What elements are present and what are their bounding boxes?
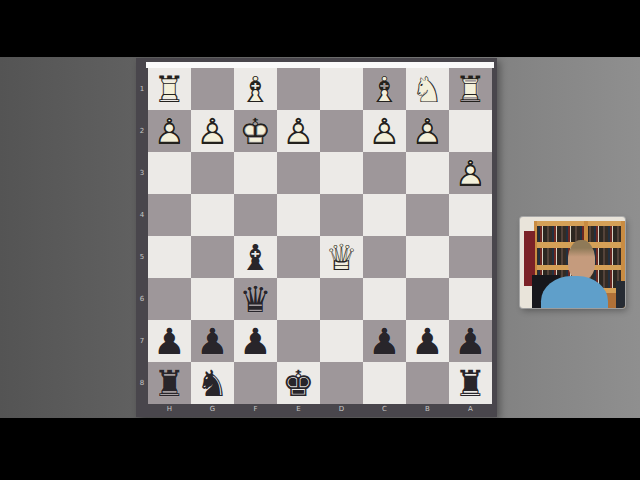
square-h6[interactable] [148,278,191,320]
square-c4[interactable] [363,194,406,236]
square-g4[interactable] [191,194,234,236]
square-h1[interactable]: ♜♖ [148,68,191,110]
square-e2[interactable]: ♟♙ [277,110,320,152]
chess-board: 12345678 ♜♖♝♗♝♗♞♘♜♖♟♙♟♙♚♔♟♙♟♙♟♙♟♙♝♛♕♛♟♟♟… [136,58,497,417]
piece-bP-a7[interactable]: ♟ [449,320,492,362]
black-p-glyph: ♟ [234,320,277,362]
square-f5[interactable]: ♝ [234,236,277,278]
black-p-glyph: ♟ [449,320,492,362]
square-e1[interactable] [277,68,320,110]
rank-label-1: 1 [136,68,148,110]
white-piece-outline: ♗ [234,68,277,110]
piece-bK-e8[interactable]: ♚ [277,362,320,404]
piece-wQ-d5[interactable]: ♛♕ [320,236,363,278]
square-e8[interactable]: ♚ [277,362,320,404]
file-label-a: A [449,404,492,414]
piece-bP-g7[interactable]: ♟ [191,320,234,362]
letterbox-bottom [0,418,640,480]
piece-wK-f2[interactable]: ♚♔ [234,110,277,152]
white-piece-outline: ♙ [363,110,406,152]
square-a4[interactable] [449,194,492,236]
piece-bR-h8[interactable]: ♜ [148,362,191,404]
file-label-e: E [277,404,320,414]
square-a6[interactable] [449,278,492,320]
square-e7[interactable] [277,320,320,362]
square-a1[interactable]: ♜♖ [449,68,492,110]
square-b5[interactable] [406,236,449,278]
square-h2[interactable]: ♟♙ [148,110,191,152]
square-c3[interactable] [363,152,406,194]
black-r-glyph: ♜ [148,362,191,404]
file-label-g: G [191,404,234,414]
white-piece-outline: ♔ [234,110,277,152]
square-c5[interactable] [363,236,406,278]
piece-bQ-f6[interactable]: ♛ [234,278,277,320]
white-piece-outline: ♖ [449,68,492,110]
rank-labels: 12345678 [136,68,148,404]
letterbox-top [0,0,640,57]
white-piece-outline: ♙ [406,110,449,152]
square-d7[interactable] [320,320,363,362]
piece-bP-b7[interactable]: ♟ [406,320,449,362]
square-f3[interactable] [234,152,277,194]
square-a2[interactable] [449,110,492,152]
square-b4[interactable] [406,194,449,236]
video-frame: 12345678 ♜♖♝♗♝♗♞♘♜♖♟♙♟♙♚♔♟♙♟♙♟♙♟♙♝♛♕♛♟♟♟… [0,0,640,480]
square-d4[interactable] [320,194,363,236]
piece-wP-b2[interactable]: ♟♙ [406,110,449,152]
square-g8[interactable]: ♞ [191,362,234,404]
square-g7[interactable]: ♟ [191,320,234,362]
square-b2[interactable]: ♟♙ [406,110,449,152]
square-a5[interactable] [449,236,492,278]
square-f8[interactable] [234,362,277,404]
piece-bP-c7[interactable]: ♟ [363,320,406,362]
square-f1[interactable]: ♝♗ [234,68,277,110]
rank-label-7: 7 [136,320,148,362]
black-p-glyph: ♟ [363,320,406,362]
white-piece-outline: ♕ [320,236,363,278]
square-h3[interactable] [148,152,191,194]
piece-wP-h2[interactable]: ♟♙ [148,110,191,152]
file-label-c: C [363,404,406,414]
file-label-b: B [406,404,449,414]
piece-wP-a3[interactable]: ♟♙ [449,152,492,194]
white-piece-outline: ♙ [148,110,191,152]
square-a7[interactable]: ♟ [449,320,492,362]
square-g6[interactable] [191,278,234,320]
square-e5[interactable] [277,236,320,278]
square-d2[interactable] [320,110,363,152]
file-labels: HGFEDCBA [148,404,492,414]
black-p-glyph: ♟ [148,320,191,362]
square-c6[interactable] [363,278,406,320]
square-d1[interactable] [320,68,363,110]
piece-bB-f5[interactable]: ♝ [234,236,277,278]
square-h5[interactable] [148,236,191,278]
square-f6[interactable]: ♛ [234,278,277,320]
square-a3[interactable]: ♟♙ [449,152,492,194]
square-b1[interactable]: ♞♘ [406,68,449,110]
dark-object-right [616,281,625,308]
rank-label-3: 3 [136,152,148,194]
piece-bP-h7[interactable]: ♟ [148,320,191,362]
black-n-glyph: ♞ [191,362,234,404]
square-c2[interactable]: ♟♙ [363,110,406,152]
square-g5[interactable] [191,236,234,278]
white-piece-outline: ♘ [406,68,449,110]
piece-bR-a8[interactable]: ♜ [449,362,492,404]
square-b8[interactable] [406,362,449,404]
piece-bN-g8[interactable]: ♞ [191,362,234,404]
square-f4[interactable] [234,194,277,236]
rank-label-5: 5 [136,236,148,278]
piece-bP-f7[interactable]: ♟ [234,320,277,362]
square-e3[interactable] [277,152,320,194]
white-piece-outline: ♙ [191,110,234,152]
square-d5[interactable]: ♛♕ [320,236,363,278]
webcam-video [520,217,625,308]
square-e6[interactable] [277,278,320,320]
white-piece-outline: ♙ [449,152,492,194]
piece-wR-h1[interactable]: ♜♖ [148,68,191,110]
square-h4[interactable] [148,194,191,236]
rank-label-8: 8 [136,362,148,404]
black-b-glyph: ♝ [234,236,277,278]
black-q-glyph: ♛ [234,278,277,320]
presenter-head [568,240,594,280]
square-d3[interactable] [320,152,363,194]
rank-label-6: 6 [136,278,148,320]
piece-wN-b1[interactable]: ♞♘ [406,68,449,110]
rank-label-4: 4 [136,194,148,236]
square-a8[interactable]: ♜ [449,362,492,404]
square-c1[interactable]: ♝♗ [363,68,406,110]
square-d8[interactable] [320,362,363,404]
square-e4[interactable] [277,194,320,236]
piece-wP-g2[interactable]: ♟♙ [191,110,234,152]
square-g3[interactable] [191,152,234,194]
piece-wP-e2[interactable]: ♟♙ [277,110,320,152]
square-g2[interactable]: ♟♙ [191,110,234,152]
black-k-glyph: ♚ [277,362,320,404]
square-h7[interactable]: ♟ [148,320,191,362]
piece-wR-a1[interactable]: ♜♖ [449,68,492,110]
black-p-glyph: ♟ [406,320,449,362]
white-piece-outline: ♗ [363,68,406,110]
square-b3[interactable] [406,152,449,194]
rank-label-2: 2 [136,110,148,152]
square-g1[interactable] [191,68,234,110]
white-piece-outline: ♙ [277,110,320,152]
white-piece-outline: ♖ [148,68,191,110]
square-c8[interactable] [363,362,406,404]
file-label-h: H [148,404,191,414]
square-b7[interactable]: ♟ [406,320,449,362]
square-b6[interactable] [406,278,449,320]
square-f2[interactable]: ♚♔ [234,110,277,152]
piece-wB-c1[interactable]: ♝♗ [363,68,406,110]
black-r-glyph: ♜ [449,362,492,404]
file-label-f: F [234,404,277,414]
file-label-d: D [320,404,363,414]
board-grid[interactable]: ♜♖♝♗♝♗♞♘♜♖♟♙♟♙♚♔♟♙♟♙♟♙♟♙♝♛♕♛♟♟♟♟♟♟♜♞♚♜ [148,68,492,404]
square-h8[interactable]: ♜ [148,362,191,404]
piece-wP-c2[interactable]: ♟♙ [363,110,406,152]
square-d6[interactable] [320,278,363,320]
square-f7[interactable]: ♟ [234,320,277,362]
square-c7[interactable]: ♟ [363,320,406,362]
black-p-glyph: ♟ [191,320,234,362]
piece-wB-f1[interactable]: ♝♗ [234,68,277,110]
